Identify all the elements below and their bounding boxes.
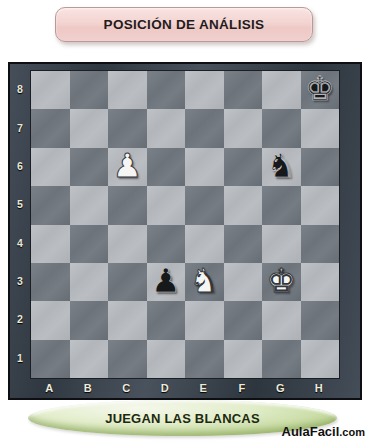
file-label-e: E [184, 378, 223, 398]
square-c5 [108, 186, 147, 224]
brand-name: AulaFacil [282, 424, 340, 439]
brand-suffix: .com [339, 426, 365, 438]
square-e1 [185, 340, 224, 378]
square-f6 [224, 148, 263, 186]
square-h8: ♚ [301, 71, 340, 109]
square-g6: ♞ [262, 148, 301, 186]
page-title: POSICIÓN DE ANÁLISIS [104, 17, 265, 32]
rank-label-5: 5 [10, 185, 30, 223]
square-g1 [262, 340, 301, 378]
black-king: ♚ [305, 72, 335, 105]
file-label-d: D [146, 378, 185, 398]
file-label-b: B [69, 378, 108, 398]
rank-label-2: 2 [10, 300, 30, 338]
rank-label-4: 4 [10, 224, 30, 262]
square-a3 [31, 263, 70, 301]
square-e8 [185, 71, 224, 109]
square-e5 [185, 186, 224, 224]
square-h1 [301, 340, 340, 378]
square-g8 [262, 71, 301, 109]
square-h5 [301, 186, 340, 224]
square-b6 [70, 148, 109, 186]
square-d3: ♟ [147, 263, 186, 301]
square-e7 [185, 109, 224, 147]
turn-caption: JUEGAN LAS BLANCAS [105, 411, 260, 426]
page-root: POSICIÓN DE ANÁLISIS ♚♟♞♟♞♚ 87654321 ABC… [0, 0, 369, 443]
square-c8 [108, 71, 147, 109]
square-d4 [147, 225, 186, 263]
square-d1 [147, 340, 186, 378]
square-c1 [108, 340, 147, 378]
square-c2 [108, 301, 147, 339]
square-b5 [70, 186, 109, 224]
square-a2 [31, 301, 70, 339]
file-label-a: A [30, 378, 69, 398]
white-knight: ♞ [189, 264, 219, 297]
square-d6 [147, 148, 186, 186]
square-a4 [31, 225, 70, 263]
file-label-g: G [261, 378, 300, 398]
square-h6 [301, 148, 340, 186]
square-b3 [70, 263, 109, 301]
square-b8 [70, 71, 109, 109]
white-king: ♚ [266, 264, 296, 297]
square-a5 [31, 186, 70, 224]
analysis-title-banner: POSICIÓN DE ANÁLISIS [55, 7, 313, 42]
square-c7 [108, 109, 147, 147]
square-h2 [301, 301, 340, 339]
square-c4 [108, 225, 147, 263]
file-label-c: C [107, 378, 146, 398]
square-a7 [31, 109, 70, 147]
square-b2 [70, 301, 109, 339]
square-c3 [108, 263, 147, 301]
square-d7 [147, 109, 186, 147]
square-b4 [70, 225, 109, 263]
square-g4 [262, 225, 301, 263]
square-a6 [31, 148, 70, 186]
brand-logo-text: AulaFacil.com [282, 424, 365, 439]
rank-label-7: 7 [10, 108, 30, 146]
square-a1 [31, 340, 70, 378]
square-g3: ♚ [262, 263, 301, 301]
square-f2 [224, 301, 263, 339]
square-e4 [185, 225, 224, 263]
rank-label-3: 3 [10, 262, 30, 300]
square-h7 [301, 109, 340, 147]
rank-label-8: 8 [10, 70, 30, 108]
chess-board-frame: ♚♟♞♟♞♚ 87654321 ABCDEFGH [8, 62, 362, 400]
square-a8 [31, 71, 70, 109]
square-f1 [224, 340, 263, 378]
square-h4 [301, 225, 340, 263]
square-g2 [262, 301, 301, 339]
square-b1 [70, 340, 109, 378]
square-f3 [224, 263, 263, 301]
square-e2 [185, 301, 224, 339]
white-pawn: ♟ [112, 149, 142, 182]
square-d2 [147, 301, 186, 339]
square-h3 [301, 263, 340, 301]
square-g5 [262, 186, 301, 224]
rank-label-1: 1 [10, 339, 30, 377]
square-f4 [224, 225, 263, 263]
black-pawn: ♟ [151, 264, 181, 297]
rank-label-6: 6 [10, 147, 30, 185]
square-d5 [147, 186, 186, 224]
square-f5 [224, 186, 263, 224]
file-label-h: H [300, 378, 339, 398]
file-labels: ABCDEFGH [30, 378, 338, 398]
black-knight: ♞ [266, 149, 296, 182]
square-e6 [185, 148, 224, 186]
square-c6: ♟ [108, 148, 147, 186]
square-d8 [147, 71, 186, 109]
square-e3: ♞ [185, 263, 224, 301]
square-g7 [262, 109, 301, 147]
square-f8 [224, 71, 263, 109]
chess-board: ♚♟♞♟♞♚ [30, 70, 340, 379]
square-f7 [224, 109, 263, 147]
file-label-f: F [223, 378, 262, 398]
square-b7 [70, 109, 109, 147]
